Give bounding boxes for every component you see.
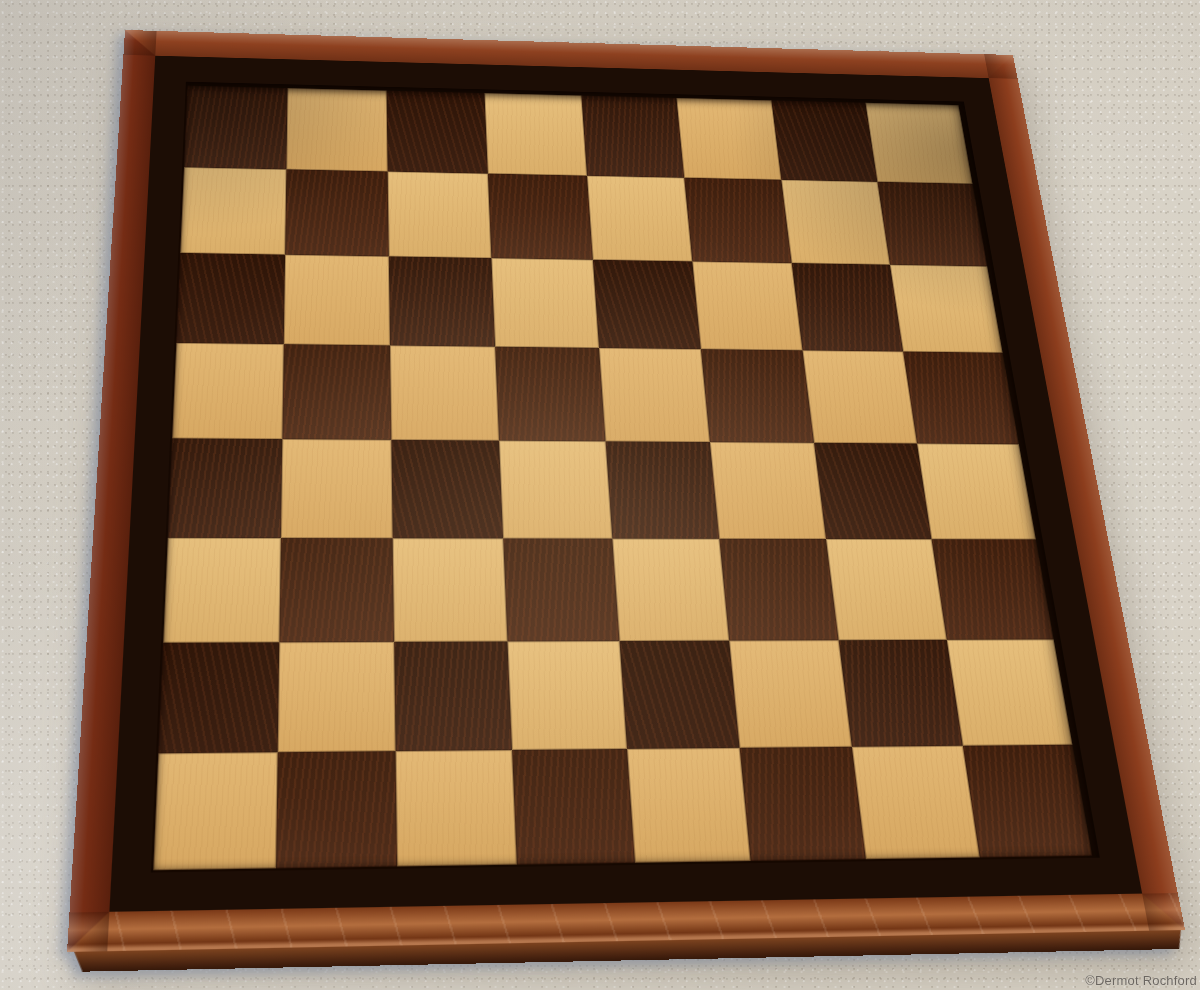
square-a6: [176, 253, 285, 344]
frame-sheen-top: [123, 30, 1017, 79]
square-f8: [677, 98, 782, 180]
square-a2: [158, 642, 279, 753]
square-a7: [180, 167, 286, 255]
square-a1: [153, 752, 277, 870]
square-d1: [512, 749, 635, 865]
board-recess: [151, 82, 1100, 873]
chessboard: [67, 30, 1185, 952]
square-e1: [626, 748, 751, 863]
square-c8: [386, 91, 487, 174]
square-h3: [932, 539, 1054, 640]
square-c1: [395, 750, 516, 867]
square-d8: [484, 93, 586, 176]
square-h4: [917, 443, 1036, 539]
square-d2: [507, 641, 626, 750]
square-a5: [172, 343, 283, 438]
board-cast-shadow: [0, 0, 1200, 990]
square-d6: [491, 258, 599, 348]
square-g1: [852, 746, 980, 860]
square-g6: [792, 263, 903, 352]
square-a3: [163, 537, 281, 642]
square-b1: [276, 751, 397, 868]
square-c7: [387, 172, 491, 259]
square-g4: [814, 442, 931, 539]
square-d3: [503, 538, 619, 641]
square-b2: [278, 642, 396, 752]
square-h2: [947, 639, 1073, 745]
square-b7: [285, 169, 389, 256]
square-c3: [392, 538, 507, 642]
square-e5: [599, 348, 711, 441]
square-c6: [389, 257, 495, 347]
square-h5: [903, 352, 1019, 444]
square-b6: [284, 255, 390, 346]
square-h6: [890, 265, 1003, 353]
square-b8: [286, 88, 387, 172]
square-h7: [878, 182, 988, 267]
square-g7: [782, 180, 891, 265]
frame-sheen-left: [67, 30, 157, 952]
square-b3: [279, 538, 394, 642]
carpet-background: ©Dermot Rochford: [0, 0, 1200, 990]
square-c2: [394, 641, 512, 751]
square-f6: [693, 262, 803, 351]
square-a4: [168, 438, 282, 538]
square-h8: [866, 103, 973, 184]
square-f4: [710, 442, 826, 539]
square-f5: [701, 349, 814, 442]
square-d7: [487, 174, 592, 260]
square-g8: [772, 100, 878, 182]
square-e7: [587, 176, 693, 262]
square-b5: [282, 344, 391, 439]
square-d5: [495, 347, 605, 441]
square-h1: [963, 745, 1092, 858]
square-b4: [281, 439, 393, 538]
square-g3: [826, 539, 947, 640]
board-grid: [153, 85, 1092, 870]
square-a8: [184, 85, 287, 169]
square-e4: [605, 441, 720, 539]
square-f2: [730, 640, 853, 748]
square-f7: [685, 178, 792, 263]
square-e2: [619, 640, 740, 748]
square-e6: [592, 260, 701, 349]
watermark-credit: ©Dermot Rochford: [1085, 973, 1197, 988]
square-c5: [390, 346, 499, 440]
square-g2: [839, 640, 963, 747]
board-frame: [67, 30, 1185, 952]
square-d4: [499, 440, 612, 538]
square-c4: [391, 439, 503, 538]
square-g5: [803, 351, 917, 443]
square-f3: [720, 538, 839, 640]
square-e8: [581, 95, 685, 177]
square-e3: [612, 538, 730, 640]
square-f1: [740, 747, 866, 861]
